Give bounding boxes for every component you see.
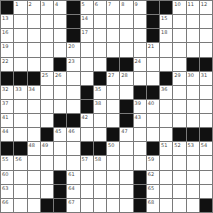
- cell-0-15[interactable]: 12: [200, 1, 212, 14]
- cell-12-2[interactable]: [28, 171, 40, 184]
- clue-number-23: 23: [68, 58, 74, 64]
- cell-3-7[interactable]: [94, 43, 106, 56]
- cell-0-10[interactable]: 9: [134, 1, 146, 14]
- cell-13-5[interactable]: 64: [67, 185, 79, 198]
- clue-number-61: 61: [68, 171, 74, 177]
- clue-number-60: 60: [2, 171, 8, 177]
- cell-13-7[interactable]: [94, 185, 106, 198]
- cell-2-8[interactable]: [107, 29, 119, 42]
- cell-14-0[interactable]: 66: [1, 199, 13, 212]
- cell-10-15[interactable]: 54: [200, 142, 212, 155]
- black-cell-9-15: [200, 128, 212, 141]
- cell-4-11[interactable]: [147, 58, 159, 71]
- black-cell-5-2: [28, 72, 40, 85]
- black-cell-5-12: [160, 72, 172, 85]
- cell-13-15[interactable]: [200, 185, 212, 198]
- cell-6-0[interactable]: 32: [1, 86, 13, 99]
- cell-3-14[interactable]: [187, 43, 199, 56]
- cell-0-3[interactable]: 3: [41, 1, 53, 14]
- cell-3-6[interactable]: [81, 43, 93, 56]
- cell-2-1[interactable]: [14, 29, 26, 42]
- cell-0-4[interactable]: 4: [54, 1, 66, 14]
- cell-6-1[interactable]: 33: [14, 86, 26, 99]
- clue-number-35: 35: [95, 86, 101, 92]
- cell-12-11[interactable]: 62: [147, 171, 159, 184]
- cell-9-2[interactable]: [28, 128, 40, 141]
- cell-9-5[interactable]: 46: [67, 128, 79, 141]
- cell-1-13[interactable]: [173, 15, 185, 28]
- cell-10-9[interactable]: [120, 142, 132, 155]
- cell-5-10[interactable]: [134, 72, 146, 85]
- clue-number-24: 24: [135, 58, 141, 64]
- black-cell-4-14: [187, 58, 199, 71]
- cell-8-15[interactable]: [200, 114, 212, 127]
- cell-11-4[interactable]: [54, 156, 66, 169]
- cell-10-2[interactable]: 48: [28, 142, 40, 155]
- black-cell-2-5: [67, 29, 79, 42]
- cell-0-8[interactable]: 7: [107, 1, 119, 14]
- clue-number-12: 12: [201, 1, 207, 7]
- cell-11-1[interactable]: 56: [14, 156, 26, 169]
- cell-3-13[interactable]: [173, 43, 185, 56]
- cell-13-9[interactable]: [120, 185, 132, 198]
- cell-11-10[interactable]: [134, 156, 146, 169]
- cell-12-9[interactable]: [120, 171, 132, 184]
- cell-12-1[interactable]: [14, 171, 26, 184]
- black-cell-4-4: [54, 58, 66, 71]
- cell-6-13[interactable]: [173, 86, 185, 99]
- cell-9-6[interactable]: [81, 128, 93, 141]
- cell-8-14[interactable]: [187, 114, 199, 127]
- cell-11-11[interactable]: 59: [147, 156, 159, 169]
- clue-number-62: 62: [148, 171, 154, 177]
- cell-13-0[interactable]: 63: [1, 185, 13, 198]
- cell-1-0[interactable]: 13: [1, 15, 13, 28]
- cell-12-6[interactable]: [81, 171, 93, 184]
- cell-2-0[interactable]: 16: [1, 29, 13, 42]
- cell-6-4[interactable]: [54, 86, 66, 99]
- black-cell-8-5: [67, 114, 79, 127]
- cell-7-2[interactable]: [28, 100, 40, 113]
- cell-5-4[interactable]: 26: [54, 72, 66, 85]
- cell-1-8[interactable]: [107, 15, 119, 28]
- cell-11-2[interactable]: [28, 156, 40, 169]
- cell-12-8[interactable]: [107, 171, 119, 184]
- cell-1-3[interactable]: [41, 15, 53, 28]
- clue-number-55: 55: [2, 156, 8, 162]
- cell-14-14[interactable]: [187, 199, 199, 212]
- cell-11-12[interactable]: [160, 156, 172, 169]
- cell-7-15[interactable]: [200, 100, 212, 113]
- cell-2-4[interactable]: [54, 29, 66, 42]
- cell-2-7[interactable]: [94, 29, 106, 42]
- cell-11-3[interactable]: [41, 156, 53, 169]
- cell-6-8[interactable]: [107, 86, 119, 99]
- cell-3-11[interactable]: 21: [147, 43, 159, 56]
- cell-7-12[interactable]: [160, 100, 172, 113]
- clue-number-5: 5: [82, 1, 85, 7]
- cell-1-12[interactable]: 15: [160, 15, 172, 28]
- cell-10-10[interactable]: [134, 142, 146, 155]
- cell-3-5[interactable]: 20: [67, 43, 79, 56]
- cell-11-9[interactable]: [120, 156, 132, 169]
- cell-14-8[interactable]: [107, 199, 119, 212]
- cell-4-1[interactable]: [14, 58, 26, 71]
- cell-4-13[interactable]: [173, 58, 185, 71]
- cell-7-8[interactable]: [107, 100, 119, 113]
- clue-number-57: 57: [82, 156, 88, 162]
- black-cell-9-8: [107, 128, 119, 141]
- cell-13-11[interactable]: 65: [147, 185, 159, 198]
- cell-1-9[interactable]: [120, 15, 132, 28]
- cell-8-6[interactable]: 42: [81, 114, 93, 127]
- clue-number-65: 65: [148, 185, 154, 191]
- cell-7-7[interactable]: 38: [94, 100, 106, 113]
- clue-number-37: 37: [2, 100, 8, 106]
- cell-14-12[interactable]: [160, 199, 172, 212]
- cell-14-9[interactable]: [120, 199, 132, 212]
- black-cell-10-0: [1, 142, 13, 155]
- cell-9-7[interactable]: [94, 128, 106, 141]
- cell-11-13[interactable]: [173, 156, 185, 169]
- cell-1-14[interactable]: [187, 15, 199, 28]
- black-cell-1-11: [147, 15, 159, 28]
- black-cell-10-1: [14, 142, 26, 155]
- black-cell-4-9: [120, 58, 132, 71]
- black-cell-10-11: [147, 142, 159, 155]
- black-cell-6-11: [147, 86, 159, 99]
- cell-13-6[interactable]: [81, 185, 93, 198]
- cell-2-15[interactable]: [200, 29, 212, 42]
- cell-0-7[interactable]: 6: [94, 1, 106, 14]
- black-cell-0-5: [67, 1, 79, 14]
- cell-11-8[interactable]: [107, 156, 119, 169]
- clue-number-2: 2: [29, 1, 32, 7]
- cell-2-13[interactable]: [173, 29, 185, 42]
- cell-8-7[interactable]: [94, 114, 106, 127]
- black-cell-2-11: [147, 29, 159, 42]
- cell-13-14[interactable]: [187, 185, 199, 198]
- black-cell-9-13: [173, 128, 185, 141]
- clue-number-8: 8: [121, 1, 124, 7]
- clue-number-29: 29: [174, 72, 180, 78]
- cell-14-1[interactable]: [14, 199, 26, 212]
- cell-6-5[interactable]: [67, 86, 79, 99]
- cell-9-4[interactable]: 45: [54, 128, 66, 141]
- clue-number-64: 64: [68, 185, 74, 191]
- cell-3-3[interactable]: [41, 43, 53, 56]
- black-cell-1-5: [67, 15, 79, 28]
- black-cell-13-4: [54, 185, 66, 198]
- cell-13-13[interactable]: [173, 185, 185, 198]
- cell-9-11[interactable]: [147, 128, 159, 141]
- cell-12-5[interactable]: 61: [67, 171, 79, 184]
- cell-1-6[interactable]: 14: [81, 15, 93, 28]
- cell-12-7[interactable]: [94, 171, 106, 184]
- cell-7-1[interactable]: [14, 100, 26, 113]
- clue-number-50: 50: [108, 142, 114, 148]
- crossword-grid: 1234567891011121314151617181920212223242…: [0, 0, 213, 213]
- clue-number-63: 63: [2, 185, 8, 191]
- clue-number-68: 68: [148, 199, 154, 205]
- clue-number-58: 58: [95, 156, 101, 162]
- black-cell-8-4: [54, 114, 66, 127]
- cell-9-10[interactable]: [134, 128, 146, 141]
- cell-1-4[interactable]: [54, 15, 66, 28]
- cell-6-12[interactable]: 36: [160, 86, 172, 99]
- cell-6-15[interactable]: [200, 86, 212, 99]
- black-cell-0-11: [147, 1, 159, 14]
- black-cell-14-4: [54, 199, 66, 212]
- cell-2-9[interactable]: [120, 29, 132, 42]
- black-cell-14-3: [41, 199, 53, 212]
- clue-number-31: 31: [201, 72, 207, 78]
- clue-number-56: 56: [15, 156, 21, 162]
- cell-11-6[interactable]: 57: [81, 156, 93, 169]
- cell-13-8[interactable]: [107, 185, 119, 198]
- black-cell-4-15: [200, 58, 212, 71]
- cell-14-2[interactable]: [28, 199, 40, 212]
- clue-number-47: 47: [121, 128, 127, 134]
- cell-4-6[interactable]: [81, 58, 93, 71]
- clue-number-15: 15: [161, 15, 167, 21]
- cell-5-5[interactable]: [67, 72, 79, 85]
- black-cell-7-9: [120, 100, 132, 113]
- cell-4-7[interactable]: [94, 58, 106, 71]
- black-cell-5-7: [94, 72, 106, 85]
- cell-3-12[interactable]: [160, 43, 172, 56]
- clue-number-43: 43: [135, 114, 141, 120]
- black-cell-14-15: [200, 199, 212, 212]
- cell-10-12[interactable]: 51: [160, 142, 172, 155]
- cell-11-0[interactable]: 55: [1, 156, 13, 169]
- cell-4-2[interactable]: [28, 58, 40, 71]
- cell-8-3[interactable]: [41, 114, 53, 127]
- cell-9-0[interactable]: 44: [1, 128, 13, 141]
- clue-number-51: 51: [161, 142, 167, 148]
- cell-4-0[interactable]: 22: [1, 58, 13, 71]
- black-cell-8-9: [120, 114, 132, 127]
- black-cell-9-3: [41, 128, 53, 141]
- cell-7-0[interactable]: 37: [1, 100, 13, 113]
- cell-8-0[interactable]: 41: [1, 114, 13, 127]
- cell-4-12[interactable]: [160, 58, 172, 71]
- cell-13-12[interactable]: [160, 185, 172, 198]
- clue-number-6: 6: [95, 1, 98, 7]
- cell-14-5[interactable]: 67: [67, 199, 79, 212]
- clue-number-9: 9: [135, 1, 138, 7]
- cell-8-10[interactable]: 43: [134, 114, 146, 127]
- cell-5-3[interactable]: 25: [41, 72, 53, 85]
- clue-number-27: 27: [108, 72, 114, 78]
- cell-2-2[interactable]: [28, 29, 40, 42]
- cell-1-2[interactable]: [28, 15, 40, 28]
- black-cell-9-14: [187, 128, 199, 141]
- cell-8-2[interactable]: [28, 114, 40, 127]
- cell-7-11[interactable]: 40: [147, 100, 159, 113]
- cell-3-15[interactable]: [200, 43, 212, 56]
- clue-number-42: 42: [82, 114, 88, 120]
- cell-11-15[interactable]: [200, 156, 212, 169]
- cell-13-2[interactable]: [28, 185, 40, 198]
- cell-0-14[interactable]: 11: [187, 1, 199, 14]
- cell-1-1[interactable]: [14, 15, 26, 28]
- cell-11-7[interactable]: 58: [94, 156, 106, 169]
- cell-14-11[interactable]: 68: [147, 199, 159, 212]
- cell-0-13[interactable]: 10: [173, 1, 185, 14]
- black-cell-7-6: [81, 100, 93, 113]
- cell-7-5[interactable]: [67, 100, 79, 113]
- cell-12-14[interactable]: [187, 171, 199, 184]
- clue-number-30: 30: [188, 72, 194, 78]
- clue-number-25: 25: [42, 72, 48, 78]
- clue-number-19: 19: [2, 43, 8, 49]
- cell-8-1[interactable]: [14, 114, 26, 127]
- clue-number-33: 33: [15, 86, 21, 92]
- cell-7-4[interactable]: [54, 100, 66, 113]
- cell-6-9[interactable]: [120, 86, 132, 99]
- cell-7-3[interactable]: [41, 100, 53, 113]
- cell-8-8[interactable]: [107, 114, 119, 127]
- cell-10-3[interactable]: 49: [41, 142, 53, 155]
- clue-number-45: 45: [55, 128, 61, 134]
- cell-14-6[interactable]: [81, 199, 93, 212]
- clue-number-13: 13: [2, 15, 8, 21]
- cell-3-1[interactable]: [14, 43, 26, 56]
- cell-5-14[interactable]: 30: [187, 72, 199, 85]
- cell-12-12[interactable]: [160, 171, 172, 184]
- cell-4-10[interactable]: 24: [134, 58, 146, 71]
- cell-6-3[interactable]: [41, 86, 53, 99]
- cell-2-14[interactable]: [187, 29, 199, 42]
- clue-number-11: 11: [188, 1, 194, 7]
- cell-3-9[interactable]: [120, 43, 132, 56]
- clue-number-67: 67: [68, 199, 74, 205]
- cell-7-14[interactable]: [187, 100, 199, 113]
- clue-number-66: 66: [2, 199, 8, 205]
- clue-number-38: 38: [95, 100, 101, 106]
- cell-3-0[interactable]: 19: [1, 43, 13, 56]
- cell-5-6[interactable]: [81, 72, 93, 85]
- cell-5-15[interactable]: 31: [200, 72, 212, 85]
- cell-3-10[interactable]: [134, 43, 146, 56]
- cell-8-11[interactable]: [147, 114, 159, 127]
- clue-number-40: 40: [148, 100, 154, 106]
- cell-5-13[interactable]: 29: [173, 72, 185, 85]
- black-cell-5-0: [1, 72, 13, 85]
- clue-number-36: 36: [161, 86, 167, 92]
- cell-2-6[interactable]: 17: [81, 29, 93, 42]
- clue-number-48: 48: [29, 142, 35, 148]
- cell-12-15[interactable]: [200, 171, 212, 184]
- clue-number-32: 32: [2, 86, 8, 92]
- cell-2-3[interactable]: [41, 29, 53, 42]
- clue-number-28: 28: [121, 72, 127, 78]
- clue-number-54: 54: [201, 142, 207, 148]
- clue-number-59: 59: [148, 156, 154, 162]
- cell-11-14[interactable]: [187, 156, 199, 169]
- clue-number-39: 39: [135, 100, 141, 106]
- cell-4-5[interactable]: 23: [67, 58, 79, 71]
- black-cell-13-10: [134, 185, 146, 198]
- clue-number-4: 4: [55, 1, 58, 7]
- cell-6-2[interactable]: 34: [28, 86, 40, 99]
- cell-10-13[interactable]: 52: [173, 142, 185, 155]
- clue-number-26: 26: [55, 72, 61, 78]
- clue-number-16: 16: [2, 29, 8, 35]
- cell-8-13[interactable]: [173, 114, 185, 127]
- clue-number-14: 14: [82, 15, 88, 21]
- clue-number-49: 49: [42, 142, 48, 148]
- cell-9-9[interactable]: 47: [120, 128, 132, 141]
- clue-number-18: 18: [161, 29, 167, 35]
- clue-number-22: 22: [2, 58, 8, 64]
- cell-1-15[interactable]: [200, 15, 212, 28]
- cell-10-14[interactable]: 53: [187, 142, 199, 155]
- cell-13-1[interactable]: [14, 185, 26, 198]
- cell-5-11[interactable]: [147, 72, 159, 85]
- cell-10-5[interactable]: [67, 142, 79, 155]
- black-cell-6-10: [134, 86, 146, 99]
- cell-2-10[interactable]: [134, 29, 146, 42]
- cell-4-3[interactable]: [41, 58, 53, 71]
- cell-10-4[interactable]: [54, 142, 66, 155]
- cell-3-8[interactable]: [107, 43, 119, 56]
- black-cell-12-4: [54, 171, 66, 184]
- clue-number-34: 34: [29, 86, 35, 92]
- cell-9-1[interactable]: [14, 128, 26, 141]
- cell-14-13[interactable]: [173, 199, 185, 212]
- cell-12-3[interactable]: [41, 171, 53, 184]
- cell-7-10[interactable]: 39: [134, 100, 146, 113]
- cell-3-2[interactable]: [28, 43, 40, 56]
- cell-7-13[interactable]: [173, 100, 185, 113]
- cell-2-12[interactable]: 18: [160, 29, 172, 42]
- cell-12-0[interactable]: 60: [1, 171, 13, 184]
- black-cell-12-10: [134, 171, 146, 184]
- black-cell-4-8: [107, 58, 119, 71]
- cell-6-14[interactable]: [187, 86, 199, 99]
- cell-9-12[interactable]: [160, 128, 172, 141]
- cell-5-9[interactable]: 28: [120, 72, 132, 85]
- cell-10-8[interactable]: 50: [107, 142, 119, 155]
- cell-1-10[interactable]: [134, 15, 146, 28]
- cell-8-12[interactable]: [160, 114, 172, 127]
- clue-number-3: 3: [42, 1, 45, 7]
- cell-0-6[interactable]: 5: [81, 1, 93, 14]
- cell-0-9[interactable]: 8: [120, 1, 132, 14]
- cell-12-13[interactable]: [173, 171, 185, 184]
- black-cell-5-1: [14, 72, 26, 85]
- cell-3-4[interactable]: [54, 43, 66, 56]
- cell-1-7[interactable]: [94, 15, 106, 28]
- black-cell-0-12: [160, 1, 172, 14]
- clue-number-21: 21: [148, 43, 154, 49]
- cell-5-8[interactable]: 27: [107, 72, 119, 85]
- clue-number-52: 52: [174, 142, 180, 148]
- cell-0-1[interactable]: 1: [14, 1, 26, 14]
- cell-13-3[interactable]: [41, 185, 53, 198]
- cell-14-7[interactable]: [94, 199, 106, 212]
- cell-11-5[interactable]: [67, 156, 79, 169]
- clue-number-53: 53: [188, 142, 194, 148]
- cell-6-7[interactable]: 35: [94, 86, 106, 99]
- black-cell-0-0: [1, 1, 13, 14]
- black-cell-10-7: [94, 142, 106, 155]
- clue-number-20: 20: [68, 43, 74, 49]
- black-cell-10-6: [81, 142, 93, 155]
- cell-0-2[interactable]: 2: [28, 1, 40, 14]
